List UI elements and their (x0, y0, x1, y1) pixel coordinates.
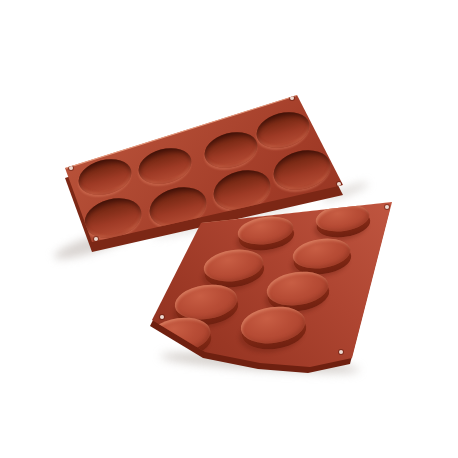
mold-tray-flipped-underside (145, 195, 405, 375)
corner-hole (385, 205, 389, 209)
corner-hole (69, 166, 73, 170)
corner-hole (337, 182, 341, 186)
corner-hole (290, 96, 294, 100)
mold-cavity (253, 107, 314, 154)
corner-hole (339, 350, 343, 354)
product-photo (0, 0, 458, 458)
mold-cavity (75, 154, 136, 201)
mold-disc (238, 303, 308, 354)
mold-disc (314, 201, 372, 240)
mold-cavity (201, 127, 262, 174)
mold-cavity (269, 144, 335, 196)
tray-surface (145, 195, 405, 375)
corner-hole (160, 315, 164, 319)
mold-cavity (135, 143, 196, 190)
corner-hole (94, 237, 98, 241)
